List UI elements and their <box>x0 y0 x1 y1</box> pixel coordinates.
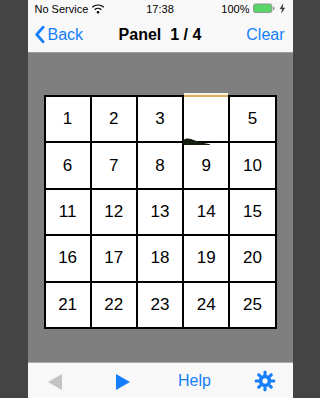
prev-triangle-icon[interactable] <box>48 374 62 390</box>
puzzle-tile-19[interactable]: 19 <box>183 235 229 281</box>
bottom-toolbar: Help <box>28 362 293 398</box>
wifi-icon <box>91 3 105 14</box>
puzzle-tile-13[interactable]: 13 <box>137 189 183 235</box>
help-button[interactable]: Help <box>175 363 215 398</box>
puzzle-tile-2[interactable]: 2 <box>91 96 137 142</box>
help-label: Help <box>178 372 211 390</box>
gear-icon[interactable] <box>254 370 276 392</box>
puzzle-tile-3[interactable]: 3 <box>137 96 183 142</box>
puzzle-tile-25[interactable]: 25 <box>229 282 275 328</box>
battery-group: 100% <box>221 3 285 15</box>
puzzle-board: 1 2 3 5 6 7 8 9 10 11 12 13 14 15 <box>44 95 277 329</box>
back-label: Back <box>48 26 84 44</box>
puzzle-tile-18[interactable]: 18 <box>137 235 183 281</box>
page-indicator: 1 / 4 <box>170 26 201 44</box>
puzzle-tile-6[interactable]: 6 <box>45 142 91 188</box>
navigation-bar: Back Panel 1 / 4 Clear <box>28 17 293 53</box>
puzzle-tile-20[interactable]: 20 <box>229 235 275 281</box>
puzzle-tile-16[interactable]: 16 <box>45 235 91 281</box>
puzzle-tile-21[interactable]: 21 <box>45 282 91 328</box>
puzzle-tile-12[interactable]: 12 <box>91 189 137 235</box>
clear-label: Clear <box>246 26 284 44</box>
puzzle-tile-8[interactable]: 8 <box>137 142 183 188</box>
back-chevron-icon <box>34 25 45 44</box>
puzzle-tile-1[interactable]: 1 <box>45 96 91 142</box>
puzzle-tile-17[interactable]: 17 <box>91 235 137 281</box>
content-area: 1 2 3 5 6 7 8 9 10 11 12 13 14 15 <box>28 53 293 362</box>
puzzle-tile-23[interactable]: 23 <box>137 282 183 328</box>
puzzle-tile-15[interactable]: 15 <box>229 189 275 235</box>
charging-bolt-icon <box>279 3 286 14</box>
puzzle-tile-22[interactable]: 22 <box>91 282 137 328</box>
puzzle-tile-24[interactable]: 24 <box>183 282 229 328</box>
puzzle-tile-photo[interactable] <box>183 96 229 142</box>
battery-percent-label: 100% <box>221 3 249 15</box>
carrier-label: No Service <box>35 3 89 15</box>
back-button[interactable]: Back <box>34 17 84 52</box>
puzzle-tile-14[interactable]: 14 <box>183 189 229 235</box>
puzzle-tile-7[interactable]: 7 <box>91 142 137 188</box>
puzzle-tile-5[interactable]: 5 <box>229 96 275 142</box>
puzzle-tile-9[interactable]: 9 <box>183 142 229 188</box>
play-triangle-icon[interactable] <box>116 374 130 390</box>
battery-icon <box>253 3 276 14</box>
photo-dark-curve <box>183 136 210 145</box>
app-screen: No Service 17:38 100% Back <box>28 0 293 398</box>
status-bar: No Service 17:38 100% <box>28 0 293 17</box>
puzzle-tile-10[interactable]: 10 <box>229 142 275 188</box>
title-text: Panel <box>119 26 162 44</box>
puzzle-tile-11[interactable]: 11 <box>45 189 91 235</box>
clear-button[interactable]: Clear <box>246 17 284 52</box>
photo-fragment <box>184 93 228 141</box>
carrier-group: No Service <box>35 3 106 15</box>
photo-tan-line <box>184 95 228 97</box>
